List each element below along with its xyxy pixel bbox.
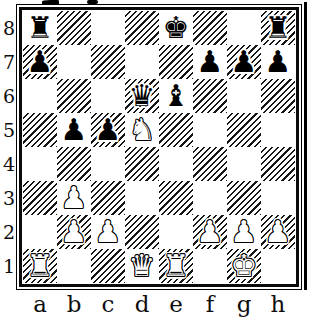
square-e1[interactable]: ♜ [159, 249, 193, 283]
file-label-b: b [57, 291, 91, 317]
square-h2[interactable]: ♟ [261, 215, 295, 249]
square-g1[interactable]: ♚ [227, 249, 261, 283]
rank-label-6: 6 [0, 79, 15, 113]
square-h6[interactable] [261, 79, 295, 113]
white-queen-d1[interactable]: ♛ [129, 249, 156, 283]
square-c3[interactable] [91, 181, 125, 215]
square-b3[interactable]: ♟ [57, 181, 91, 215]
white-pawn-b3[interactable]: ♟ [61, 181, 88, 215]
square-g3[interactable] [227, 181, 261, 215]
square-e4[interactable] [159, 147, 193, 181]
white-rook-e1[interactable]: ♜ [163, 249, 190, 283]
square-b7[interactable] [57, 45, 91, 79]
black-rook-h8[interactable]: ♜ [265, 11, 292, 45]
rank-label-5: 5 [0, 113, 15, 147]
square-c8[interactable] [91, 11, 125, 45]
square-a2[interactable] [23, 215, 57, 249]
square-e2[interactable] [159, 215, 193, 249]
square-d3[interactable] [125, 181, 159, 215]
square-g4[interactable] [227, 147, 261, 181]
page-edge-line [304, 2, 307, 290]
square-e6[interactable]: ♝ [159, 79, 193, 113]
square-a1[interactable]: ♜ [23, 249, 57, 283]
square-c5[interactable]: ♟ [91, 113, 125, 147]
white-king-g1[interactable]: ♚ [231, 249, 258, 283]
square-d1[interactable]: ♛ [125, 249, 159, 283]
square-h8[interactable]: ♜ [261, 11, 295, 45]
square-c7[interactable] [91, 45, 125, 79]
chess-board: ♜♚♜♟♟♟♟♛♝♟♟♞♟♟♟♟♟♟♜♛♜♚ [23, 11, 295, 283]
white-pawn-g2[interactable]: ♟ [231, 215, 258, 249]
square-g7[interactable]: ♟ [227, 45, 261, 79]
file-label-a: a [23, 291, 57, 317]
square-a7[interactable]: ♟ [23, 45, 57, 79]
square-d2[interactable] [125, 215, 159, 249]
black-pawn-g7[interactable]: ♟ [231, 45, 258, 79]
square-e3[interactable] [159, 181, 193, 215]
square-b2[interactable]: ♟ [57, 215, 91, 249]
square-b6[interactable] [57, 79, 91, 113]
black-pawn-b5[interactable]: ♟ [61, 113, 88, 147]
square-d5[interactable]: ♞ [125, 113, 159, 147]
square-c4[interactable] [91, 147, 125, 181]
file-label-c: c [91, 291, 125, 317]
rank-label-7: 7 [0, 45, 15, 79]
square-d8[interactable] [125, 11, 159, 45]
file-label-d: d [125, 291, 159, 317]
square-b1[interactable] [57, 249, 91, 283]
chess-diagram: 8 7 6 5 4 3 2 1 ♜♚♜♟♟♟♟♛♝♟♟♞♟♟♟♟♟♟♜♛♜♚ a… [0, 0, 309, 320]
square-d7[interactable] [125, 45, 159, 79]
square-g6[interactable] [227, 79, 261, 113]
black-pawn-f7[interactable]: ♟ [197, 45, 224, 79]
square-g2[interactable]: ♟ [227, 215, 261, 249]
square-h7[interactable]: ♟ [261, 45, 295, 79]
square-b8[interactable] [57, 11, 91, 45]
square-a5[interactable] [23, 113, 57, 147]
square-d4[interactable] [125, 147, 159, 181]
board-frame-inner: ♜♚♜♟♟♟♟♛♝♟♟♞♟♟♟♟♟♟♜♛♜♚ [19, 7, 299, 287]
rank-label-1: 1 [0, 249, 15, 283]
white-knight-d5[interactable]: ♞ [129, 113, 156, 147]
file-label-f: f [193, 291, 227, 317]
square-g8[interactable] [227, 11, 261, 45]
black-bishop-e6[interactable]: ♝ [163, 79, 190, 113]
square-h5[interactable] [261, 113, 295, 147]
square-b4[interactable] [57, 147, 91, 181]
square-e7[interactable] [159, 45, 193, 79]
white-pawn-b2[interactable]: ♟ [61, 215, 88, 249]
square-f7[interactable]: ♟ [193, 45, 227, 79]
file-label-h: h [261, 291, 295, 317]
rank-label-3: 3 [0, 181, 15, 215]
square-f5[interactable] [193, 113, 227, 147]
square-c1[interactable] [91, 249, 125, 283]
square-b5[interactable]: ♟ [57, 113, 91, 147]
file-labels: a b c d e f g h [23, 291, 295, 317]
black-king-e8[interactable]: ♚ [163, 11, 190, 45]
square-d6[interactable]: ♛ [125, 79, 159, 113]
board-frame: ♜♚♜♟♟♟♟♛♝♟♟♞♟♟♟♟♟♟♜♛♜♚ [16, 4, 302, 290]
square-a6[interactable] [23, 79, 57, 113]
file-label-g: g [227, 291, 261, 317]
square-a3[interactable] [23, 181, 57, 215]
square-f6[interactable] [193, 79, 227, 113]
black-rook-a8[interactable]: ♜ [27, 11, 54, 45]
square-c6[interactable] [91, 79, 125, 113]
square-e5[interactable] [159, 113, 193, 147]
white-pawn-c2[interactable]: ♟ [95, 215, 122, 249]
square-f3[interactable] [193, 181, 227, 215]
square-f8[interactable] [193, 11, 227, 45]
square-h3[interactable] [261, 181, 295, 215]
file-label-e: e [159, 291, 193, 317]
white-rook-a1[interactable]: ♜ [27, 249, 54, 283]
rank-label-4: 4 [0, 147, 15, 181]
white-pawn-h2[interactable]: ♟ [265, 215, 292, 249]
square-h4[interactable] [261, 147, 295, 181]
square-a8[interactable]: ♜ [23, 11, 57, 45]
square-g5[interactable] [227, 113, 261, 147]
black-queen-d6[interactable]: ♛ [129, 79, 156, 113]
black-pawn-h7[interactable]: ♟ [265, 45, 292, 79]
square-e8[interactable]: ♚ [159, 11, 193, 45]
square-a4[interactable] [23, 147, 57, 181]
rank-labels: 8 7 6 5 4 3 2 1 [0, 11, 15, 283]
square-f4[interactable] [193, 147, 227, 181]
black-pawn-a7[interactable]: ♟ [27, 45, 54, 79]
square-f1[interactable] [193, 249, 227, 283]
rank-label-2: 2 [0, 215, 15, 249]
square-c2[interactable]: ♟ [91, 215, 125, 249]
rank-label-8: 8 [0, 11, 15, 45]
black-pawn-c5[interactable]: ♟ [95, 113, 122, 147]
white-pawn-f2[interactable]: ♟ [197, 215, 224, 249]
square-h1[interactable] [261, 249, 295, 283]
square-f2[interactable]: ♟ [193, 215, 227, 249]
